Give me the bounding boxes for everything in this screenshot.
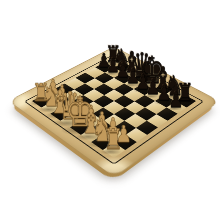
piece-white-rook[interactable]: ♜ [103,125,123,153]
piece-black-pawn[interactable]: ♟ [168,89,183,110]
chess-set-photo: ♜♞♝♛♚♝♞♜♟♟♟♟♟♟♟♟♟♟♟♟♟♟♟♟♜♞♝♛♚♝♞♜ [0,0,220,220]
pieces-layer: ♜♞♝♛♚♝♞♜♟♟♟♟♟♟♟♟♟♟♟♟♟♟♟♟♜♞♝♛♚♝♞♜ [0,0,220,220]
